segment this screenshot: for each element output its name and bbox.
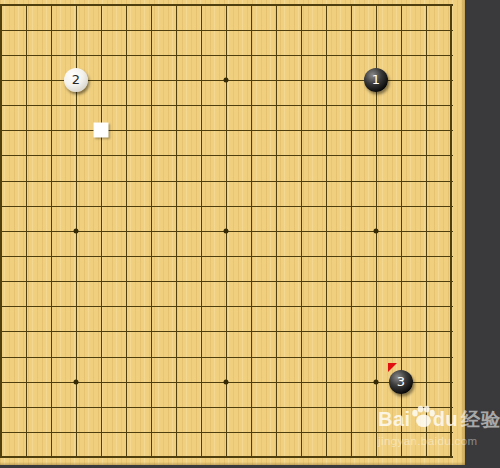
stone-move-number: 2 [72, 73, 80, 86]
stone-white-2: 2 [64, 68, 88, 92]
grid-line-horizontal [0, 281, 453, 282]
grid-line-vertical [351, 4, 352, 459]
star-point [374, 379, 379, 384]
marker-white-square [94, 123, 109, 138]
star-point [74, 228, 79, 233]
jingyan-cn-label: 经验 [461, 410, 500, 429]
grid-line-horizontal [0, 331, 453, 332]
grid-line-horizontal [0, 357, 453, 358]
baidu-logo-text-du: du [433, 409, 458, 429]
grid-line-vertical [251, 4, 252, 459]
stone-move-number: 1 [372, 73, 380, 86]
star-point [224, 228, 229, 233]
star-point [74, 379, 79, 384]
baidu-logo-text-bai: Bai [378, 409, 411, 429]
app-background: 123 Bai du 经验 jingyan.baidu.com [0, 0, 500, 468]
grid-line-vertical [426, 4, 427, 459]
last-move-triangle-marker [388, 363, 397, 372]
baidu-logo: Bai du 经验 [378, 404, 500, 434]
grid-line-vertical [301, 4, 302, 459]
grid-line-horizontal [0, 306, 453, 307]
stone-black-3: 3 [389, 370, 413, 394]
baidu-watermark: Bai du 经验 jingyan.baidu.com [378, 404, 500, 447]
grid-line-vertical [450, 4, 452, 459]
star-point [374, 228, 379, 233]
watermark-url: jingyan.baidu.com [378, 435, 500, 447]
star-point [224, 77, 229, 82]
star-point [224, 379, 229, 384]
grid-line-vertical [326, 4, 327, 459]
grid-line-horizontal [0, 256, 453, 257]
stone-black-1: 1 [364, 68, 388, 92]
grid-line-vertical [276, 4, 277, 459]
grid-line-horizontal [0, 456, 453, 458]
go-board[interactable]: 123 [0, 0, 465, 465]
stone-move-number: 3 [397, 375, 405, 388]
